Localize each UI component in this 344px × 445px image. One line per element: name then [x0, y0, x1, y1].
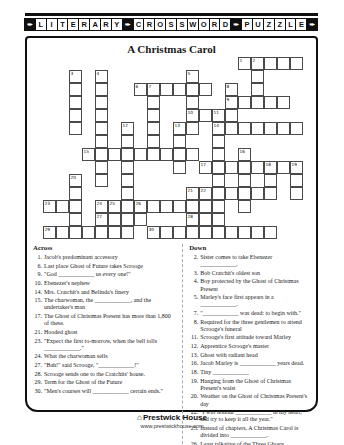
- crossword-cell[interactable]: 13: [173, 122, 186, 135]
- cell-number: 6: [136, 84, 139, 89]
- crossword-cell[interactable]: [121, 226, 134, 239]
- cell-number: 16: [240, 149, 245, 154]
- crossword-cell[interactable]: [56, 200, 69, 213]
- crossword-cell[interactable]: [212, 226, 225, 239]
- crossword-cell[interactable]: [134, 148, 147, 161]
- crossword-cell[interactable]: [290, 187, 303, 200]
- crossword-cell[interactable]: [199, 109, 212, 122]
- clue-number: 29.: [33, 379, 44, 386]
- crossword-cell[interactable]: 16: [238, 148, 251, 161]
- clue-number: 26.: [189, 441, 200, 445]
- clue-item: 10.Ebenezer's nephew: [33, 280, 177, 287]
- crossword-cell[interactable]: [147, 148, 160, 161]
- publisher-footer: ⌂Prestwick House www.prestwickhouse.com: [0, 413, 344, 429]
- crossword-cell[interactable]: [69, 226, 82, 239]
- crossword-cell[interactable]: 4: [95, 70, 108, 83]
- crossword-cell[interactable]: [225, 109, 238, 122]
- cell-number: 4: [97, 71, 100, 76]
- clue-item: 26.Least talkative of the Three Ghosts: [189, 441, 309, 445]
- crossword-cell[interactable]: 9: [225, 96, 238, 109]
- page-title: A Christmas Carol: [27, 43, 316, 55]
- crossword-cell[interactable]: [147, 109, 160, 122]
- crossword-cell[interactable]: [199, 200, 212, 213]
- clue-number: 14.: [33, 289, 44, 296]
- clue-text: "Expect the first to-morrow, when the be…: [44, 338, 177, 352]
- clue-text: The charwoman, the ____________, and the…: [44, 297, 177, 311]
- clue-text: Apprentice Scrooge's master: [200, 343, 309, 350]
- clue-text: "Men's courses will ____________ certain…: [44, 388, 177, 395]
- clue-number: 30.: [33, 388, 44, 395]
- cell-number: 14: [214, 123, 219, 128]
- crossword-cell[interactable]: [95, 135, 108, 148]
- crossword-cell[interactable]: [173, 200, 186, 213]
- clue-number: 9.: [33, 271, 44, 278]
- crossword-cell[interactable]: [212, 187, 225, 200]
- cell-number: 15: [84, 149, 89, 154]
- crossword-cell[interactable]: [160, 148, 173, 161]
- clue-item: 30."Men's courses will ____________ cert…: [33, 388, 177, 395]
- cell-number: 21: [188, 188, 193, 193]
- clue-text: What the charwoman sells: [44, 353, 177, 360]
- clue-item: 20.Weather on the Ghost of Christmas Pre…: [189, 393, 309, 407]
- crossword-cell[interactable]: [173, 226, 186, 239]
- crossword-cell[interactable]: [95, 109, 108, 122]
- clue-text: Last place Ghost of Future takes Scrooge: [44, 263, 177, 270]
- crossword-cell[interactable]: [225, 161, 238, 174]
- clue-text: Ebenezer's nephew: [44, 280, 177, 287]
- crossword-cell[interactable]: 27: [95, 213, 108, 226]
- cell-number: 13: [175, 123, 180, 128]
- crossword-cell[interactable]: 18: [264, 161, 277, 174]
- crossword-cell[interactable]: 5: [186, 70, 199, 83]
- cell-number: 29: [45, 227, 50, 232]
- crossword-cell[interactable]: [95, 148, 108, 161]
- clue-text: Hooded ghost: [44, 329, 177, 336]
- clue-item: 11.Scrooge's first attitude toward Marle…: [189, 334, 309, 341]
- cell-number: 5: [188, 71, 191, 76]
- crossword-cell[interactable]: [173, 83, 186, 96]
- crossword-cell[interactable]: [199, 226, 212, 239]
- crossword-cell[interactable]: [121, 135, 134, 148]
- across-heading: Across: [33, 244, 177, 252]
- clue-number: 5.: [189, 294, 200, 308]
- clue-number: 10.: [33, 280, 44, 287]
- crossword-cell[interactable]: [160, 226, 173, 239]
- cell-number: 30: [149, 227, 154, 232]
- crossword-cell[interactable]: [251, 161, 264, 174]
- clue-text: Least talkative of the Three Ghosts: [200, 441, 309, 445]
- crossword-cell[interactable]: [199, 83, 212, 96]
- publisher-url[interactable]: www.prestwickhouse.com: [0, 423, 344, 429]
- crossword-cell[interactable]: 2: [251, 57, 264, 70]
- clue-text: Ghost with radiant head: [200, 352, 309, 359]
- crossword-cell[interactable]: [251, 187, 264, 200]
- clue-number: 15.: [33, 297, 44, 311]
- publisher-name: Prestwick House: [143, 413, 207, 422]
- across-clue-items: 1.Jacob's predominant accessory6.Last pl…: [33, 254, 177, 395]
- crossword-cell[interactable]: [277, 161, 290, 174]
- clue-number: 12.: [189, 343, 200, 350]
- crossword-cell[interactable]: [134, 213, 147, 226]
- crossword-grid: 1234567891011121314151617181920212223242…: [43, 57, 303, 239]
- crossword-cell[interactable]: [69, 83, 82, 96]
- cell-number: 10: [188, 110, 193, 115]
- crossword-cell[interactable]: 3: [69, 70, 82, 83]
- cell-number: 3: [71, 71, 74, 76]
- clue-text: Mrs. Cratchit's and Belinda's finery: [44, 289, 177, 296]
- clue-text: "Bah!" said Scrooge, "____________!": [44, 362, 177, 369]
- crossword-cell[interactable]: [147, 96, 160, 109]
- crossword-cell[interactable]: [290, 57, 303, 70]
- crossword-cell[interactable]: [238, 161, 251, 174]
- crossword-cell[interactable]: [212, 135, 225, 148]
- header-rule: [25, 13, 318, 16]
- crossword-cell[interactable]: [277, 122, 290, 135]
- crossword-cell[interactable]: [108, 148, 121, 161]
- cell-number: 11: [214, 110, 219, 115]
- crossword-cell[interactable]: 22: [199, 187, 212, 200]
- crossword-cell[interactable]: [95, 83, 108, 96]
- clue-item: 5.Marley's face first appears in a _____…: [189, 294, 309, 308]
- crossword-cell[interactable]: [147, 135, 160, 148]
- crossword-cell[interactable]: [264, 187, 277, 200]
- clue-item: 19.Hanging from the Ghost of Christmas P…: [189, 378, 309, 392]
- crossword-cell[interactable]: [69, 96, 82, 109]
- clue-item: 28.Scrooge sends one to the Cratchits' h…: [33, 371, 177, 378]
- clue-text: Marley's face first appears in a _______…: [200, 294, 309, 308]
- clue-text: The Ghost of Christmas Present has more …: [44, 313, 177, 327]
- crossword-cell[interactable]: [186, 122, 199, 135]
- clue-text: Jacob's predominant accessory: [44, 254, 177, 261]
- clue-item: 2.Sister comes to take Ebenezer ________…: [189, 254, 309, 268]
- crossword-cell[interactable]: 15: [82, 148, 95, 161]
- crossword-cell[interactable]: [95, 161, 108, 174]
- crossword-cell[interactable]: [290, 122, 303, 135]
- crossword-cell[interactable]: [238, 96, 251, 109]
- crossword-cell[interactable]: 19: [290, 161, 303, 174]
- crossword-cell[interactable]: [147, 122, 160, 135]
- cell-number: 18: [266, 162, 271, 167]
- clue-item: 27."Bah!" said Scrooge, "____________!": [33, 362, 177, 369]
- clue-number: 3.: [189, 270, 200, 277]
- clue-text: Scrooge's first attitude toward Marley: [200, 334, 309, 341]
- clue-text: "God ____________ us every one!": [44, 271, 177, 278]
- clue-text: Sister comes to take Ebenezer __________…: [200, 254, 309, 268]
- cell-number: 19: [292, 162, 297, 167]
- crossword-cell[interactable]: [264, 96, 277, 109]
- crossword-cell[interactable]: [95, 174, 108, 187]
- clue-number: 17.: [33, 313, 44, 327]
- clue-item: 21.Hooded ghost: [33, 329, 177, 336]
- crossword-cell[interactable]: 6: [134, 83, 147, 96]
- crossword-cell[interactable]: [186, 83, 199, 96]
- clue-item: 23."Expect the first to-morrow, when the…: [33, 338, 177, 352]
- cell-number: 12: [123, 123, 128, 128]
- crossword-cell[interactable]: [121, 174, 134, 187]
- clue-number: 1.: [33, 254, 44, 261]
- crossword-cell[interactable]: [160, 83, 173, 96]
- crossword-cell[interactable]: [251, 226, 264, 239]
- crossword-cell[interactable]: [238, 226, 251, 239]
- crossword-cell[interactable]: [264, 174, 277, 187]
- crossword-cell[interactable]: [199, 213, 212, 226]
- clue-item: 1.Jacob's predominant accessory: [33, 254, 177, 261]
- crossword-cell[interactable]: [173, 148, 186, 161]
- crossword-cell[interactable]: [251, 70, 264, 83]
- crossword-cell[interactable]: [238, 200, 251, 213]
- cell-number: 8: [227, 84, 230, 89]
- crossword-cell[interactable]: [173, 161, 186, 174]
- crossword-cell[interactable]: [212, 200, 225, 213]
- clue-item: 7."____________ was dead: to begin with.…: [189, 310, 309, 317]
- crossword-cell[interactable]: [264, 122, 277, 135]
- crossword-cell[interactable]: [186, 96, 199, 109]
- clue-text: Boy protected by the Ghost of Christmas …: [200, 278, 309, 292]
- clue-item: 17.The Ghost of Christmas Present has mo…: [33, 313, 177, 327]
- clue-number: 20.: [189, 393, 200, 407]
- crossword-cell[interactable]: 12: [121, 122, 134, 135]
- cell-number: 17: [201, 162, 206, 167]
- crossword-cell[interactable]: [251, 83, 264, 96]
- cell-number: 9: [227, 97, 230, 102]
- clue-number: 18.: [189, 369, 200, 376]
- cell-number: 26: [136, 201, 141, 206]
- cell-number: 1: [240, 58, 243, 63]
- clue-item: 18.Tiny ____________: [189, 369, 309, 376]
- crossword-cell[interactable]: 28: [186, 213, 199, 226]
- crossword-cell[interactable]: [160, 200, 173, 213]
- down-heading: Down: [189, 244, 309, 252]
- crossword-cell[interactable]: [225, 122, 238, 135]
- crossword-cell[interactable]: [186, 226, 199, 239]
- cell-number: 23: [45, 201, 50, 206]
- clue-item: 12.Apprentice Scrooge's master: [189, 343, 309, 350]
- clue-number: 19.: [189, 378, 200, 392]
- clue-item: 14.Mrs. Cratchit's and Belinda's finery: [33, 289, 177, 296]
- clue-number: 24.: [33, 353, 44, 360]
- crossword-cell[interactable]: 21: [186, 187, 199, 200]
- crossword-cell[interactable]: 25: [108, 200, 121, 213]
- cell-number: 2: [253, 58, 256, 63]
- clue-number: 13.: [189, 352, 200, 359]
- crossword-cell[interactable]: [225, 226, 238, 239]
- cell-number: 28: [188, 214, 193, 219]
- crossword-cell[interactable]: 30: [147, 226, 160, 239]
- crossword-cell[interactable]: [277, 57, 290, 70]
- crossword-cell[interactable]: [238, 187, 251, 200]
- crossword-cell[interactable]: 11: [212, 109, 225, 122]
- crossword-cell[interactable]: 1: [238, 57, 251, 70]
- crossword-cell[interactable]: [251, 122, 264, 135]
- clue-text: "____________ was dead: to begin with.": [200, 310, 309, 317]
- clue-number: 6.: [33, 263, 44, 270]
- crossword-cell[interactable]: [69, 200, 82, 213]
- cell-number: 7: [149, 84, 152, 89]
- clue-text: Bob Cratchit's oldest son: [200, 270, 309, 277]
- clue-number: 4.: [189, 278, 200, 292]
- crossword-cell[interactable]: [121, 161, 134, 174]
- crossword-cell[interactable]: [225, 187, 238, 200]
- crossword-cell[interactable]: [95, 122, 108, 135]
- crossword-cell[interactable]: [186, 200, 199, 213]
- clue-item: 9."God ____________ us every one!": [33, 271, 177, 278]
- cell-number: 24: [97, 201, 102, 206]
- clue-number: 28.: [33, 371, 44, 378]
- crossword-cell[interactable]: 24: [95, 200, 108, 213]
- clue-item: 16.Jacob Marley is ____________ years de…: [189, 360, 309, 367]
- crossword-cell[interactable]: [95, 226, 108, 239]
- crossword-cell[interactable]: [69, 187, 82, 200]
- clue-number: 11.: [189, 334, 200, 341]
- crossword-cell[interactable]: [212, 148, 225, 161]
- crossword-cell[interactable]: 20: [69, 174, 82, 187]
- crossword-cell[interactable]: [95, 96, 108, 109]
- crossword-cell[interactable]: [121, 148, 134, 161]
- crossword-cell[interactable]: [56, 226, 69, 239]
- crossword-cell[interactable]: 7: [147, 83, 160, 96]
- crossword-cell[interactable]: [69, 109, 82, 122]
- crossword-cell[interactable]: 8: [225, 83, 238, 96]
- clue-item: 4.Boy protected by the Ghost of Christma…: [189, 278, 309, 292]
- clue-number: 2.: [189, 254, 200, 268]
- clue-text: Weather on the Ghost of Christmas Presen…: [200, 393, 309, 407]
- crossword-cell[interactable]: [212, 174, 225, 187]
- crossword-cell[interactable]: [290, 174, 303, 187]
- clue-item: 13.Ghost with radiant head: [189, 352, 309, 359]
- puzzle-frame: A Christmas Carol 1234567891011121314151…: [25, 36, 318, 412]
- crossword-cell[interactable]: 23: [43, 200, 56, 213]
- crossword-cell[interactable]: [121, 213, 134, 226]
- clue-number: 8.: [189, 319, 200, 333]
- crossword-cell[interactable]: [147, 200, 160, 213]
- cell-number: 20: [71, 175, 76, 180]
- building-icon: ⌂: [137, 413, 142, 422]
- quill-icon: ✒: [306, 18, 318, 31]
- cell-number: 25: [110, 201, 115, 206]
- crossword-cell[interactable]: [121, 187, 134, 200]
- clue-text: Hanging from the Ghost of Christmas Pres…: [200, 378, 309, 392]
- clue-number: 16.: [189, 360, 200, 367]
- clue-text: Scrooge sends one to the Cratchits' hous…: [44, 371, 177, 378]
- clue-number: 27.: [33, 362, 44, 369]
- clue-item: 24.What the charwoman sells: [33, 353, 177, 360]
- crossword-cell[interactable]: [108, 226, 121, 239]
- clue-item: 8.Required for the three gentlemen to at…: [189, 319, 309, 333]
- crossword-cell[interactable]: [82, 226, 95, 239]
- cell-number: 22: [201, 188, 206, 193]
- crossword-cell[interactable]: [212, 161, 225, 174]
- clue-number: 7.: [189, 310, 200, 317]
- crossword-cell[interactable]: [69, 213, 82, 226]
- clue-number: 23.: [33, 338, 44, 352]
- literary-crossword-puzzle-banner: ✒LITERARY✒CROSSWORD✒PUZZLE✒: [25, 18, 318, 31]
- crossword-cell[interactable]: 26: [134, 200, 147, 213]
- clue-text: Required for the three gentlemen to atte…: [200, 319, 309, 333]
- clue-text: Jacob Marley is ____________ years dead.: [200, 360, 309, 367]
- crossword-cell[interactable]: [251, 96, 264, 109]
- crossword-cell[interactable]: [277, 96, 290, 109]
- crossword-cell[interactable]: [238, 174, 251, 187]
- crossword-cell[interactable]: 14: [212, 122, 225, 135]
- clue-text: Term for the Ghost of the Future: [44, 379, 177, 386]
- clue-item: 3.Bob Cratchit's oldest son: [189, 270, 309, 277]
- clue-item: 15.The charwoman, the ____________, and …: [33, 297, 177, 311]
- crossword-cell[interactable]: 17: [199, 161, 212, 174]
- crossword-cell[interactable]: 10: [186, 109, 199, 122]
- crossword-cell[interactable]: [212, 213, 225, 226]
- crossword-cell[interactable]: [121, 200, 134, 213]
- crossword-cell[interactable]: [264, 226, 277, 239]
- crossword-cell[interactable]: [186, 148, 199, 161]
- clue-item: 29.Term for the Ghost of the Future: [33, 379, 177, 386]
- clue-item: 6.Last place Ghost of Future takes Scroo…: [33, 263, 177, 270]
- crossword-cell[interactable]: 29: [43, 226, 56, 239]
- crossword-cell[interactable]: [173, 135, 186, 148]
- crossword-cell[interactable]: [108, 213, 121, 226]
- clue-text: Tiny ____________: [200, 369, 309, 376]
- crossword-cell[interactable]: [69, 122, 82, 135]
- cell-number: 27: [97, 214, 102, 219]
- clue-number: 21.: [33, 329, 44, 336]
- crossword-cell[interactable]: [238, 122, 251, 135]
- crossword-cell[interactable]: [264, 57, 277, 70]
- publisher-brand: ⌂Prestwick House: [0, 413, 344, 422]
